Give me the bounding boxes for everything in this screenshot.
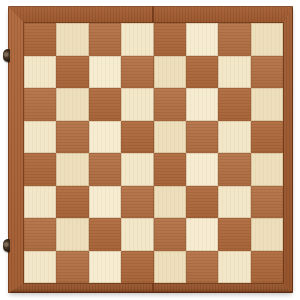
square-r4c1[interactable] [24, 121, 56, 154]
square-r4c4[interactable] [121, 121, 153, 154]
square-r2c2[interactable] [56, 56, 88, 89]
fold-seam-middle [153, 23, 154, 283]
fold-seam-bottom [152, 283, 154, 293]
square-r2c7[interactable] [218, 56, 250, 89]
square-r1c7[interactable] [218, 23, 250, 56]
board-frame-top [8, 6, 293, 23]
board-photo [0, 0, 300, 300]
square-r5c5[interactable] [154, 153, 186, 186]
fold-seam-top [152, 6, 154, 23]
square-r1c8[interactable] [251, 23, 283, 56]
left-edge-hinge-bottom [3, 239, 10, 252]
square-r4c5[interactable] [154, 121, 186, 154]
board-frame-left [8, 6, 24, 293]
square-r3c6[interactable] [186, 88, 218, 121]
square-r5c6[interactable] [186, 153, 218, 186]
square-r4c8[interactable] [251, 121, 283, 154]
square-r7c4[interactable] [121, 218, 153, 251]
square-r8c6[interactable] [186, 251, 218, 284]
square-r1c4[interactable] [121, 23, 153, 56]
square-r8c7[interactable] [218, 251, 250, 284]
square-r5c2[interactable] [56, 153, 88, 186]
square-r4c7[interactable] [218, 121, 250, 154]
left-edge-hinge-top [3, 49, 10, 62]
square-r7c7[interactable] [218, 218, 250, 251]
square-r8c2[interactable] [56, 251, 88, 284]
square-r6c5[interactable] [154, 186, 186, 219]
square-r5c4[interactable] [121, 153, 153, 186]
square-r4c2[interactable] [56, 121, 88, 154]
square-r7c2[interactable] [56, 218, 88, 251]
square-r6c4[interactable] [121, 186, 153, 219]
square-r2c3[interactable] [89, 56, 121, 89]
square-r4c6[interactable] [186, 121, 218, 154]
square-r8c8[interactable] [251, 251, 283, 284]
square-r3c4[interactable] [121, 88, 153, 121]
square-r2c8[interactable] [251, 56, 283, 89]
square-r8c1[interactable] [24, 251, 56, 284]
square-r1c1[interactable] [24, 23, 56, 56]
square-r1c2[interactable] [56, 23, 88, 56]
square-r8c4[interactable] [121, 251, 153, 284]
square-r4c3[interactable] [89, 121, 121, 154]
square-r5c1[interactable] [24, 153, 56, 186]
square-r6c3[interactable] [89, 186, 121, 219]
square-r2c6[interactable] [186, 56, 218, 89]
square-r6c6[interactable] [186, 186, 218, 219]
square-r1c3[interactable] [89, 23, 121, 56]
square-r7c5[interactable] [154, 218, 186, 251]
square-r3c3[interactable] [89, 88, 121, 121]
board-frame-bottom [8, 283, 293, 293]
square-r5c7[interactable] [218, 153, 250, 186]
square-r7c6[interactable] [186, 218, 218, 251]
square-r6c1[interactable] [24, 186, 56, 219]
square-r2c5[interactable] [154, 56, 186, 89]
square-r1c6[interactable] [186, 23, 218, 56]
board-frame-right [283, 6, 293, 293]
square-r5c3[interactable] [89, 153, 121, 186]
square-r2c4[interactable] [121, 56, 153, 89]
square-r3c2[interactable] [56, 88, 88, 121]
square-r7c1[interactable] [24, 218, 56, 251]
square-r6c7[interactable] [218, 186, 250, 219]
square-r8c5[interactable] [154, 251, 186, 284]
square-r5c8[interactable] [251, 153, 283, 186]
square-r7c3[interactable] [89, 218, 121, 251]
chessboard [8, 6, 293, 293]
square-r6c8[interactable] [251, 186, 283, 219]
square-r3c5[interactable] [154, 88, 186, 121]
square-r6c2[interactable] [56, 186, 88, 219]
square-r3c1[interactable] [24, 88, 56, 121]
square-r8c3[interactable] [89, 251, 121, 284]
square-r7c8[interactable] [251, 218, 283, 251]
square-r1c5[interactable] [154, 23, 186, 56]
square-r3c7[interactable] [218, 88, 250, 121]
square-r3c8[interactable] [251, 88, 283, 121]
square-r2c1[interactable] [24, 56, 56, 89]
